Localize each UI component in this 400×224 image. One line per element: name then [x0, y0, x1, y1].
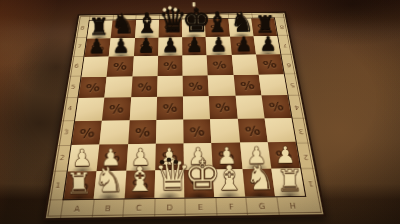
- square-b3[interactable]: [100, 120, 130, 145]
- white-knight-b1[interactable]: ♞: [94, 163, 125, 198]
- square-a1[interactable]: ♜: [64, 171, 97, 199]
- square-g3[interactable]: [237, 118, 267, 143]
- piece-glyph: ♝: [124, 159, 155, 200]
- black-pawn-c7[interactable]: ♟: [133, 36, 158, 56]
- black-knight-b8[interactable]: ♞: [111, 10, 135, 37]
- black-pawn-e7[interactable]: ♟: [182, 35, 207, 55]
- square-c6[interactable]: [132, 56, 158, 76]
- square-g6[interactable]: [231, 55, 258, 75]
- square-e6[interactable]: [182, 55, 208, 75]
- square-a3[interactable]: [72, 120, 103, 145]
- white-queen-d1[interactable]: ♛: [154, 155, 185, 197]
- piece-glyph: ♟: [259, 32, 277, 55]
- piece-glyph: ♟: [112, 34, 130, 57]
- square-a5[interactable]: [79, 76, 107, 98]
- square-a6[interactable]: [82, 57, 109, 77]
- white-king-e1[interactable]: ♚: [184, 155, 215, 197]
- square-d7[interactable]: ♟: [158, 37, 182, 56]
- square-d3[interactable]: [156, 119, 184, 144]
- square-d4[interactable]: [156, 97, 183, 120]
- square-e7[interactable]: ♟: [182, 37, 207, 56]
- square-c5[interactable]: [131, 76, 158, 98]
- square-g7[interactable]: ♟: [230, 36, 256, 55]
- square-f3[interactable]: [210, 118, 239, 143]
- black-pawn-f7[interactable]: ♟: [207, 35, 232, 55]
- square-e5[interactable]: [183, 75, 209, 96]
- piece-glyph: ♟: [186, 33, 204, 56]
- white-rook-h1[interactable]: ♜: [274, 165, 305, 195]
- black-pawn-g7[interactable]: ♟: [231, 34, 256, 54]
- square-e4[interactable]: [183, 96, 210, 119]
- black-pawn-d7[interactable]: ♟: [158, 35, 183, 55]
- file-label-H: H: [276, 197, 310, 215]
- chessboard-photo: 87654321 87654321 ABCDEFGH ♜♞♝♛♚♝♞♜♟♟♟♟♟…: [0, 0, 400, 224]
- white-knight-g1[interactable]: ♞: [244, 161, 275, 196]
- square-f5[interactable]: [208, 75, 235, 96]
- piece-glyph: ♟: [161, 33, 179, 56]
- square-e3[interactable]: [183, 119, 211, 144]
- black-pawn-h7[interactable]: ♟: [255, 34, 280, 54]
- square-f4[interactable]: [209, 96, 237, 119]
- piece-glyph: ♟: [210, 33, 228, 56]
- square-g5[interactable]: [233, 74, 261, 95]
- square-f6[interactable]: [207, 55, 233, 75]
- square-b4[interactable]: [102, 97, 130, 120]
- white-rook-a1[interactable]: ♜: [64, 168, 95, 198]
- piece-glyph: ♟: [88, 34, 106, 57]
- piece-glyph: ♞: [94, 159, 125, 200]
- square-b6[interactable]: [107, 56, 134, 76]
- file-label-A: A: [60, 200, 93, 218]
- square-b1[interactable]: ♞: [94, 170, 126, 198]
- file-label-C: C: [122, 199, 154, 217]
- file-label-D: D: [153, 199, 184, 217]
- black-king-e8[interactable]: ♚: [182, 3, 206, 36]
- square-h4[interactable]: [261, 95, 291, 118]
- square-h5[interactable]: [258, 74, 287, 95]
- square-h7[interactable]: ♟: [253, 36, 280, 55]
- file-label-F: F: [215, 198, 247, 216]
- square-c3[interactable]: [128, 120, 157, 145]
- piece-glyph: ♟: [234, 32, 252, 55]
- black-queen-d8[interactable]: ♛: [158, 4, 182, 37]
- square-f7[interactable]: ♟: [206, 36, 231, 55]
- white-bishop-f1[interactable]: ♝: [214, 161, 245, 196]
- square-e1[interactable]: ♚: [184, 169, 215, 197]
- square-b7[interactable]: ♟: [109, 38, 135, 57]
- piece-glyph: ♜: [276, 163, 303, 198]
- board-frame: 87654321 87654321 ABCDEFGH ♜♞♝♛♚♝♞♜♟♟♟♟♟…: [43, 11, 326, 220]
- square-g4[interactable]: [235, 95, 264, 118]
- square-h3[interactable]: [264, 118, 295, 143]
- file-label-E: E: [184, 198, 215, 216]
- square-d5[interactable]: [157, 75, 183, 97]
- square-d1[interactable]: ♛: [154, 169, 184, 197]
- square-d6[interactable]: [157, 56, 182, 76]
- piece-glyph: ♞: [244, 157, 275, 198]
- square-a7[interactable]: ♟: [84, 38, 110, 57]
- square-a4[interactable]: [75, 98, 104, 121]
- square-g1[interactable]: ♞: [242, 168, 275, 196]
- black-pawn-a7[interactable]: ♟: [84, 36, 109, 56]
- square-c1[interactable]: ♝: [124, 170, 155, 198]
- piece-glyph: ♟: [137, 34, 155, 57]
- white-bishop-c1[interactable]: ♝: [124, 162, 155, 197]
- square-b5[interactable]: [105, 76, 133, 98]
- square-f1[interactable]: ♝: [213, 169, 245, 197]
- file-label-B: B: [91, 199, 123, 217]
- chess-board: 87654321 87654321 ABCDEFGH ♜♞♝♛♚♝♞♜♟♟♟♟♟…: [43, 11, 326, 220]
- square-c7[interactable]: ♟: [133, 37, 158, 56]
- square-c4[interactable]: [129, 97, 157, 120]
- piece-glyph: ♜: [65, 165, 92, 200]
- piece-glyph: ♝: [214, 158, 245, 199]
- board-grid: ♜♞♝♛♚♝♞♜♟♟♟♟♟♟♟♟♟♟♟♟♟♟♟♟♜♞♝♛♚♝♞♜: [63, 17, 307, 200]
- file-label-G: G: [245, 197, 278, 215]
- black-pawn-b7[interactable]: ♟: [109, 36, 134, 56]
- square-h6[interactable]: [256, 54, 284, 74]
- square-h1[interactable]: ♜: [271, 168, 305, 196]
